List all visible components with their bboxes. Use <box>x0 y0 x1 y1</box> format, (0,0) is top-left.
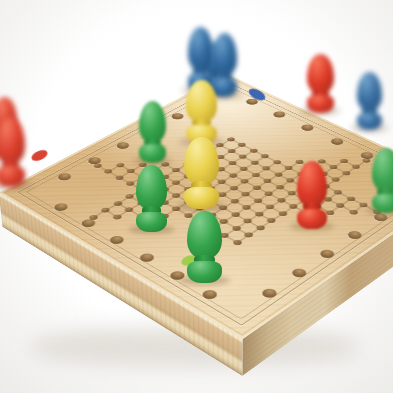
hole-channel <box>104 210 117 218</box>
storage-hole[interactable] <box>345 229 364 240</box>
hole-channel <box>269 206 283 214</box>
hole-channel <box>267 193 281 200</box>
board-hole[interactable] <box>230 199 238 204</box>
storage-hole[interactable] <box>317 248 337 260</box>
hole-channel <box>270 213 283 221</box>
peg-foot <box>297 209 328 229</box>
board-hole[interactable] <box>242 205 251 210</box>
board-hole[interactable] <box>254 212 263 217</box>
hole-channel <box>235 221 248 229</box>
hole-channel <box>349 198 364 205</box>
hole-channel <box>267 187 280 195</box>
peg-head <box>136 165 166 210</box>
hole-channel <box>256 193 269 201</box>
hole-channel <box>256 200 270 207</box>
hole-channel <box>281 206 294 214</box>
peg-yellow-6[interactable] <box>185 80 218 144</box>
hole-channel <box>255 187 269 194</box>
board-hole[interactable] <box>346 196 355 201</box>
board-hole[interactable] <box>287 191 296 196</box>
peg-foot <box>184 187 220 209</box>
hole-channel <box>234 207 247 215</box>
board-hole[interactable] <box>244 232 253 237</box>
star-holes-grid <box>78 134 393 250</box>
board-hole[interactable] <box>264 191 272 196</box>
hole-channel <box>235 234 249 242</box>
hole-channel <box>326 199 340 206</box>
board-hole[interactable] <box>265 205 274 210</box>
storage-hole[interactable] <box>108 234 127 245</box>
hole-channel <box>328 205 341 213</box>
peg-head <box>297 161 326 207</box>
peg-foot <box>136 212 168 232</box>
board-hole[interactable] <box>230 212 239 217</box>
hole-channel <box>116 196 130 204</box>
hole-channel <box>222 221 236 229</box>
storage-hole[interactable] <box>52 201 71 212</box>
hole-channel <box>115 209 129 217</box>
hole-channel <box>222 214 235 222</box>
peg-head <box>0 117 25 164</box>
storage-hole[interactable] <box>259 286 279 299</box>
hole-channel <box>221 188 234 196</box>
hole-channel <box>234 214 248 222</box>
hole-channel <box>233 194 246 202</box>
hole-channel <box>232 187 246 194</box>
hole-channel <box>351 205 363 213</box>
board-hole[interactable] <box>88 215 97 220</box>
hole-channel <box>268 200 281 208</box>
board-hole[interactable] <box>125 194 133 199</box>
hole-channel <box>247 227 260 235</box>
peg-head <box>184 137 218 185</box>
hole-channel <box>257 213 271 221</box>
hole-channel <box>235 228 249 236</box>
board-hole[interactable] <box>231 226 240 231</box>
board-hole[interactable] <box>113 201 121 206</box>
peg-red-4[interactable] <box>306 54 335 113</box>
board-hole[interactable] <box>124 207 132 212</box>
storage-hole[interactable] <box>289 267 309 279</box>
peg-foot <box>139 144 167 163</box>
board-hole[interactable] <box>358 203 367 208</box>
hole-channel <box>245 207 259 215</box>
peg-green-9[interactable] <box>135 165 168 232</box>
hole-channel <box>280 200 294 207</box>
hole-channel <box>223 235 237 243</box>
board-hole[interactable] <box>278 211 287 216</box>
hole-channel <box>246 220 260 228</box>
board-hole[interactable] <box>276 198 285 203</box>
hole-channel <box>278 187 292 194</box>
board-hole[interactable] <box>255 225 264 230</box>
hole-channel <box>279 193 292 201</box>
hole-channel <box>116 203 129 211</box>
hole-channel <box>337 192 351 199</box>
peg-head <box>212 33 237 76</box>
peg-head <box>187 211 221 259</box>
hole-channel <box>104 203 118 211</box>
hole-channel <box>258 220 271 228</box>
peg-red-12[interactable] <box>296 161 328 229</box>
hole-channel <box>223 228 237 236</box>
hole-channel <box>339 198 351 206</box>
photo-stage <box>0 0 393 393</box>
hole-channel <box>244 194 258 201</box>
hole-channel <box>245 200 258 208</box>
peg-foot <box>372 194 393 214</box>
peg-head <box>357 72 382 111</box>
hole-channel <box>233 200 247 207</box>
hole-channel <box>221 194 235 201</box>
board-hole[interactable] <box>266 218 275 223</box>
home-dot-red <box>29 147 48 162</box>
peg-red-11[interactable] <box>0 117 26 187</box>
hole-channel <box>92 210 106 218</box>
storage-hole[interactable] <box>137 251 157 263</box>
peg-foot <box>187 261 223 283</box>
storage-hole[interactable] <box>199 288 219 301</box>
board-hole[interactable] <box>112 214 121 219</box>
hole-channel <box>257 206 270 214</box>
board-hole[interactable] <box>101 208 110 213</box>
board-hole[interactable] <box>171 193 179 198</box>
peg-head <box>186 80 216 123</box>
board-hole[interactable] <box>333 190 342 195</box>
peg-blue-5[interactable] <box>356 72 383 130</box>
board-hole[interactable] <box>241 192 249 197</box>
storage-hole[interactable] <box>79 217 98 228</box>
hole-channel <box>246 213 259 221</box>
board-hole[interactable] <box>243 219 252 224</box>
board-hole[interactable] <box>348 210 357 215</box>
board-hole[interactable] <box>253 198 261 203</box>
peg-head <box>139 101 166 143</box>
peg-yellow-7[interactable] <box>183 137 220 209</box>
board-hole[interactable] <box>335 203 344 208</box>
peg-foot <box>307 95 335 113</box>
peg-head <box>307 54 334 94</box>
peg-head <box>372 148 393 192</box>
peg-head <box>188 27 213 71</box>
board-hole[interactable] <box>232 240 241 245</box>
hole-channel <box>339 205 354 213</box>
hole-channel <box>244 187 257 195</box>
peg-green-14[interactable] <box>186 211 223 283</box>
peg-foot <box>357 113 383 130</box>
peg-green-13[interactable] <box>371 148 393 213</box>
peg-green-8[interactable] <box>138 101 167 163</box>
